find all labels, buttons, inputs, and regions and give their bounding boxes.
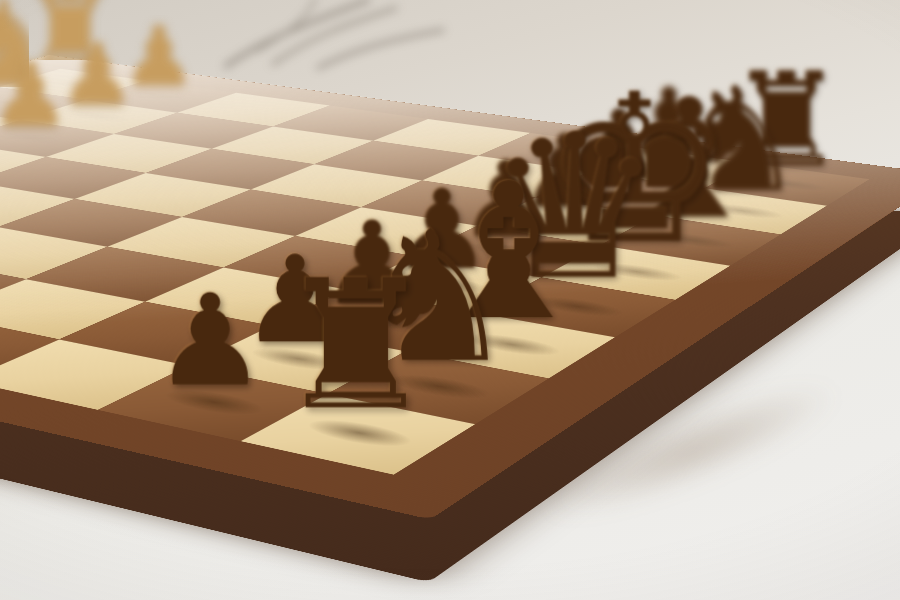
chess-board: ♜♞♝♛♚♝♞♜♟♟♟♟♟♟♟♟♟♟♟♟♟♟♟♟♜♞♝♛♚♝♞♜	[0, 55, 900, 519]
black-rook-a8[interactable]: ♜	[225, 256, 487, 434]
perspective-stage: ♜♞♝♛♚♝♞♜♟♟♟♟♟♟♟♟♟♟♟♟♟♟♟♟♜♞♝♛♚♝♞♜	[0, 0, 900, 600]
white-pawn-e2[interactable]: ♟	[0, 70, 50, 162]
black-rook-glyph: ♜	[276, 256, 436, 434]
chess-photo-scene: ♜♞♝♛♚♝♞♜♟♟♟♟♟♟♟♟♟♟♟♟♟♟♟♟♜♞♝♛♚♝♞♜	[0, 0, 900, 600]
